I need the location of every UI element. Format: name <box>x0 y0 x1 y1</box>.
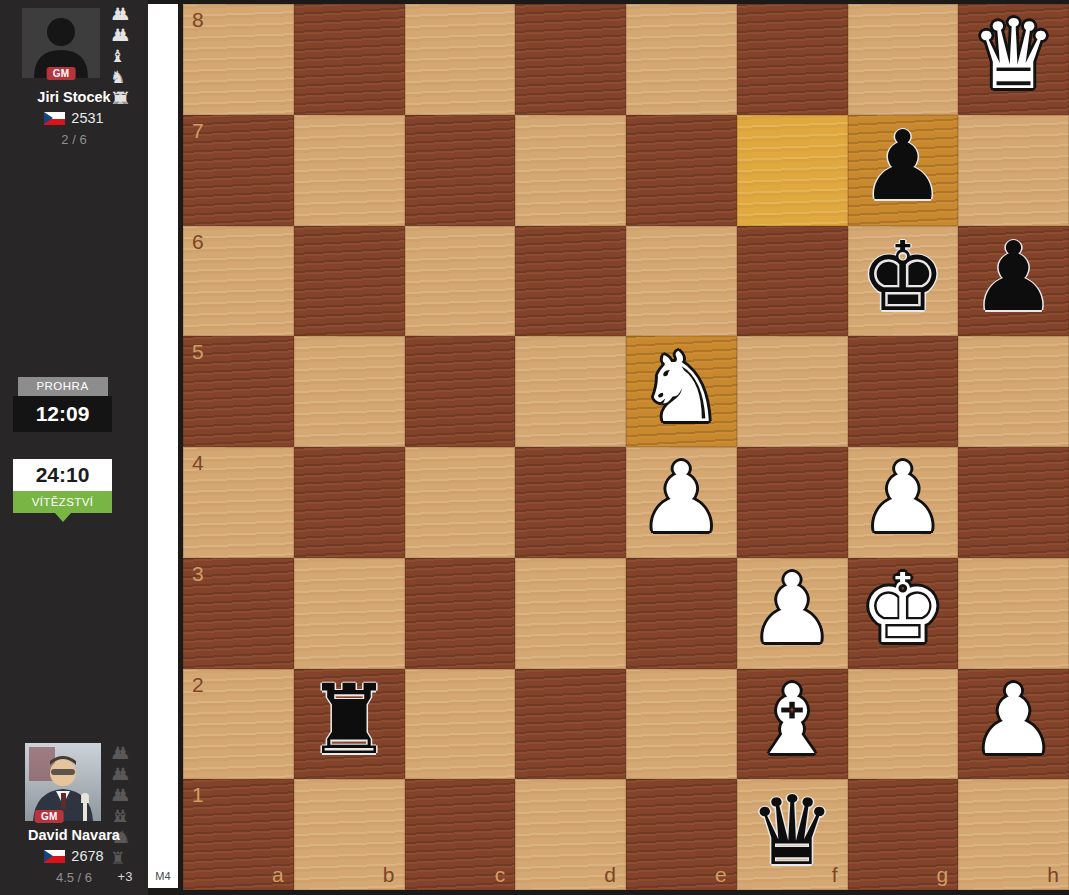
captured-knight-x1: ♞ <box>110 68 131 87</box>
clock-top-player: PROHRA 12:09 <box>13 377 112 432</box>
square-d5[interactable] <box>515 336 626 447</box>
clock-time-top: 12:09 <box>13 396 112 432</box>
clock-pointer <box>55 513 71 522</box>
rank-label-7: 7 <box>192 119 204 143</box>
square-b6[interactable] <box>294 226 405 337</box>
piece-white-pawn: ♟ <box>749 561 835 657</box>
square-g1[interactable]: g <box>848 779 959 890</box>
piece-white-pawn: ♟ <box>638 450 724 546</box>
captured-bishop-x2: ♝♝ <box>110 807 131 826</box>
file-label-a: a <box>272 863 284 887</box>
square-h7[interactable] <box>958 115 1069 226</box>
player-rating-bottom: 2678 <box>71 848 103 864</box>
square-e8[interactable] <box>626 4 737 115</box>
square-d4[interactable] <box>515 447 626 558</box>
square-a3[interactable]: 3 <box>183 558 294 669</box>
square-f7[interactable] <box>737 115 848 226</box>
rank-label-3: 3 <box>192 562 204 586</box>
app-root: GM ♟♟♟♟♝♞♜♜ Jiri Stocek 2531 2 / 6 PROHR… <box>0 0 1069 895</box>
square-g8[interactable] <box>848 4 959 115</box>
player-name-top: Jiri Stocek <box>0 89 148 105</box>
piece-white-pawn: ♟ <box>860 450 946 546</box>
player-name-bottom: David Navara <box>0 827 148 843</box>
square-e2[interactable] <box>626 669 737 780</box>
square-b8[interactable] <box>294 4 405 115</box>
square-c5[interactable] <box>405 336 516 447</box>
square-d1[interactable]: d <box>515 779 626 890</box>
square-a5[interactable]: 5 <box>183 336 294 447</box>
square-b5[interactable] <box>294 336 405 447</box>
captured-pawn-x2: ♟♟ <box>110 744 131 763</box>
square-h1[interactable]: h <box>958 779 1069 890</box>
avatar-top-player: GM <box>22 8 100 78</box>
square-h3[interactable] <box>958 558 1069 669</box>
square-f2[interactable]: ♝ <box>737 669 848 780</box>
square-c6[interactable] <box>405 226 516 337</box>
square-g2[interactable] <box>848 669 959 780</box>
rank-label-8: 8 <box>192 8 204 32</box>
piece-black-queen: ♛ <box>749 783 835 879</box>
square-f1[interactable]: f♛ <box>737 779 848 890</box>
square-b1[interactable]: b <box>294 779 405 890</box>
file-label-d: d <box>604 863 616 887</box>
piece-black-king: ♚ <box>860 229 946 325</box>
rank-label-6: 6 <box>192 230 204 254</box>
captured-pawn-x2: ♟♟ <box>110 26 131 45</box>
square-a6[interactable]: 6 <box>183 226 294 337</box>
square-c3[interactable] <box>405 558 516 669</box>
player-photo-bottom: GM <box>25 743 101 821</box>
square-h5[interactable] <box>958 336 1069 447</box>
sidebar: GM ♟♟♟♟♝♞♜♜ Jiri Stocek 2531 2 / 6 PROHR… <box>0 0 148 895</box>
square-e5[interactable]: ♞ <box>626 336 737 447</box>
square-f4[interactable] <box>737 447 848 558</box>
file-label-g: g <box>937 863 949 887</box>
square-d6[interactable] <box>515 226 626 337</box>
piece-black-rook: ♜ <box>306 672 392 768</box>
square-b4[interactable] <box>294 447 405 558</box>
square-e3[interactable] <box>626 558 737 669</box>
square-g5[interactable] <box>848 336 959 447</box>
rating-row-bottom: 2678 <box>0 848 148 864</box>
eval-label: M4 <box>155 870 170 882</box>
square-h4[interactable] <box>958 447 1069 558</box>
file-label-b: b <box>383 863 395 887</box>
file-label-c: c <box>495 863 506 887</box>
square-a8[interactable]: 8 <box>183 4 294 115</box>
square-e7[interactable] <box>626 115 737 226</box>
square-f3[interactable]: ♟ <box>737 558 848 669</box>
captured-pawn-x2: ♟♟ <box>110 5 131 24</box>
square-f5[interactable] <box>737 336 848 447</box>
rank-label-4: 4 <box>192 451 204 475</box>
tournament-score-bottom: 4.5 / 6 <box>0 870 148 885</box>
square-g6[interactable]: ♚ <box>848 226 959 337</box>
square-b2[interactable]: ♜ <box>294 669 405 780</box>
captured-pawn-x2: ♟♟ <box>110 765 131 784</box>
clock-time-bottom: 24:10 <box>13 459 112 491</box>
tournament-score-top: 2 / 6 <box>0 132 148 147</box>
square-c8[interactable] <box>405 4 516 115</box>
square-g4[interactable]: ♟ <box>848 447 959 558</box>
square-h2[interactable]: ♟ <box>958 669 1069 780</box>
rank-label-1: 1 <box>192 783 204 807</box>
square-f8[interactable] <box>737 4 848 115</box>
square-a2[interactable]: 2 <box>183 669 294 780</box>
captured-bishop-x1: ♝ <box>110 47 131 66</box>
title-badge-top: GM <box>47 67 76 80</box>
clock-bottom-player: 24:10 VÍTĚZSTVÍ <box>13 459 112 522</box>
czech-flag-icon <box>44 850 65 863</box>
square-c4[interactable] <box>405 447 516 558</box>
square-h8[interactable]: ♛ <box>958 4 1069 115</box>
square-e1[interactable]: e <box>626 779 737 890</box>
rank-label-5: 5 <box>192 340 204 364</box>
square-a4[interactable]: 4 <box>183 447 294 558</box>
file-label-f: f <box>832 863 838 887</box>
file-label-e: e <box>715 863 727 887</box>
title-badge-bottom: GM <box>35 810 64 823</box>
eval-bar: M4 <box>148 4 178 888</box>
rating-row-top: 2531 <box>0 110 148 126</box>
piece-white-queen: ♛ <box>971 7 1057 103</box>
piece-white-pawn: ♟ <box>971 672 1057 768</box>
chess-board: 8♛7♟6♚♟5♞4♟♟3♟♚2♜♝♟1abcdef♛gh <box>183 4 1069 890</box>
square-b7[interactable] <box>294 115 405 226</box>
rank-label-2: 2 <box>192 673 204 697</box>
square-d2[interactable] <box>515 669 626 780</box>
square-h6[interactable]: ♟ <box>958 226 1069 337</box>
piece-white-king: ♚ <box>860 561 946 657</box>
result-badge-loss: PROHRA <box>18 377 108 396</box>
square-a1[interactable]: 1a <box>183 779 294 890</box>
captured-pawn-x2: ♟♟ <box>110 786 131 805</box>
square-c7[interactable] <box>405 115 516 226</box>
square-d7[interactable] <box>515 115 626 226</box>
square-c2[interactable] <box>405 669 516 780</box>
czech-flag-icon <box>44 112 65 125</box>
square-e4[interactable]: ♟ <box>626 447 737 558</box>
piece-white-bishop: ♝ <box>749 672 835 768</box>
square-a7[interactable]: 7 <box>183 115 294 226</box>
player-rating-top: 2531 <box>71 110 103 126</box>
square-g3[interactable]: ♚ <box>848 558 959 669</box>
result-badge-victory: VÍTĚZSTVÍ <box>13 491 112 513</box>
square-d8[interactable] <box>515 4 626 115</box>
square-b3[interactable] <box>294 558 405 669</box>
square-f6[interactable] <box>737 226 848 337</box>
square-e6[interactable] <box>626 226 737 337</box>
square-c1[interactable]: c <box>405 779 516 890</box>
square-g7[interactable]: ♟ <box>848 115 959 226</box>
file-label-h: h <box>1047 863 1059 887</box>
piece-white-knight: ♞ <box>638 340 724 436</box>
square-d3[interactable] <box>515 558 626 669</box>
piece-black-pawn: ♟ <box>971 229 1057 325</box>
piece-black-pawn: ♟ <box>860 118 946 214</box>
